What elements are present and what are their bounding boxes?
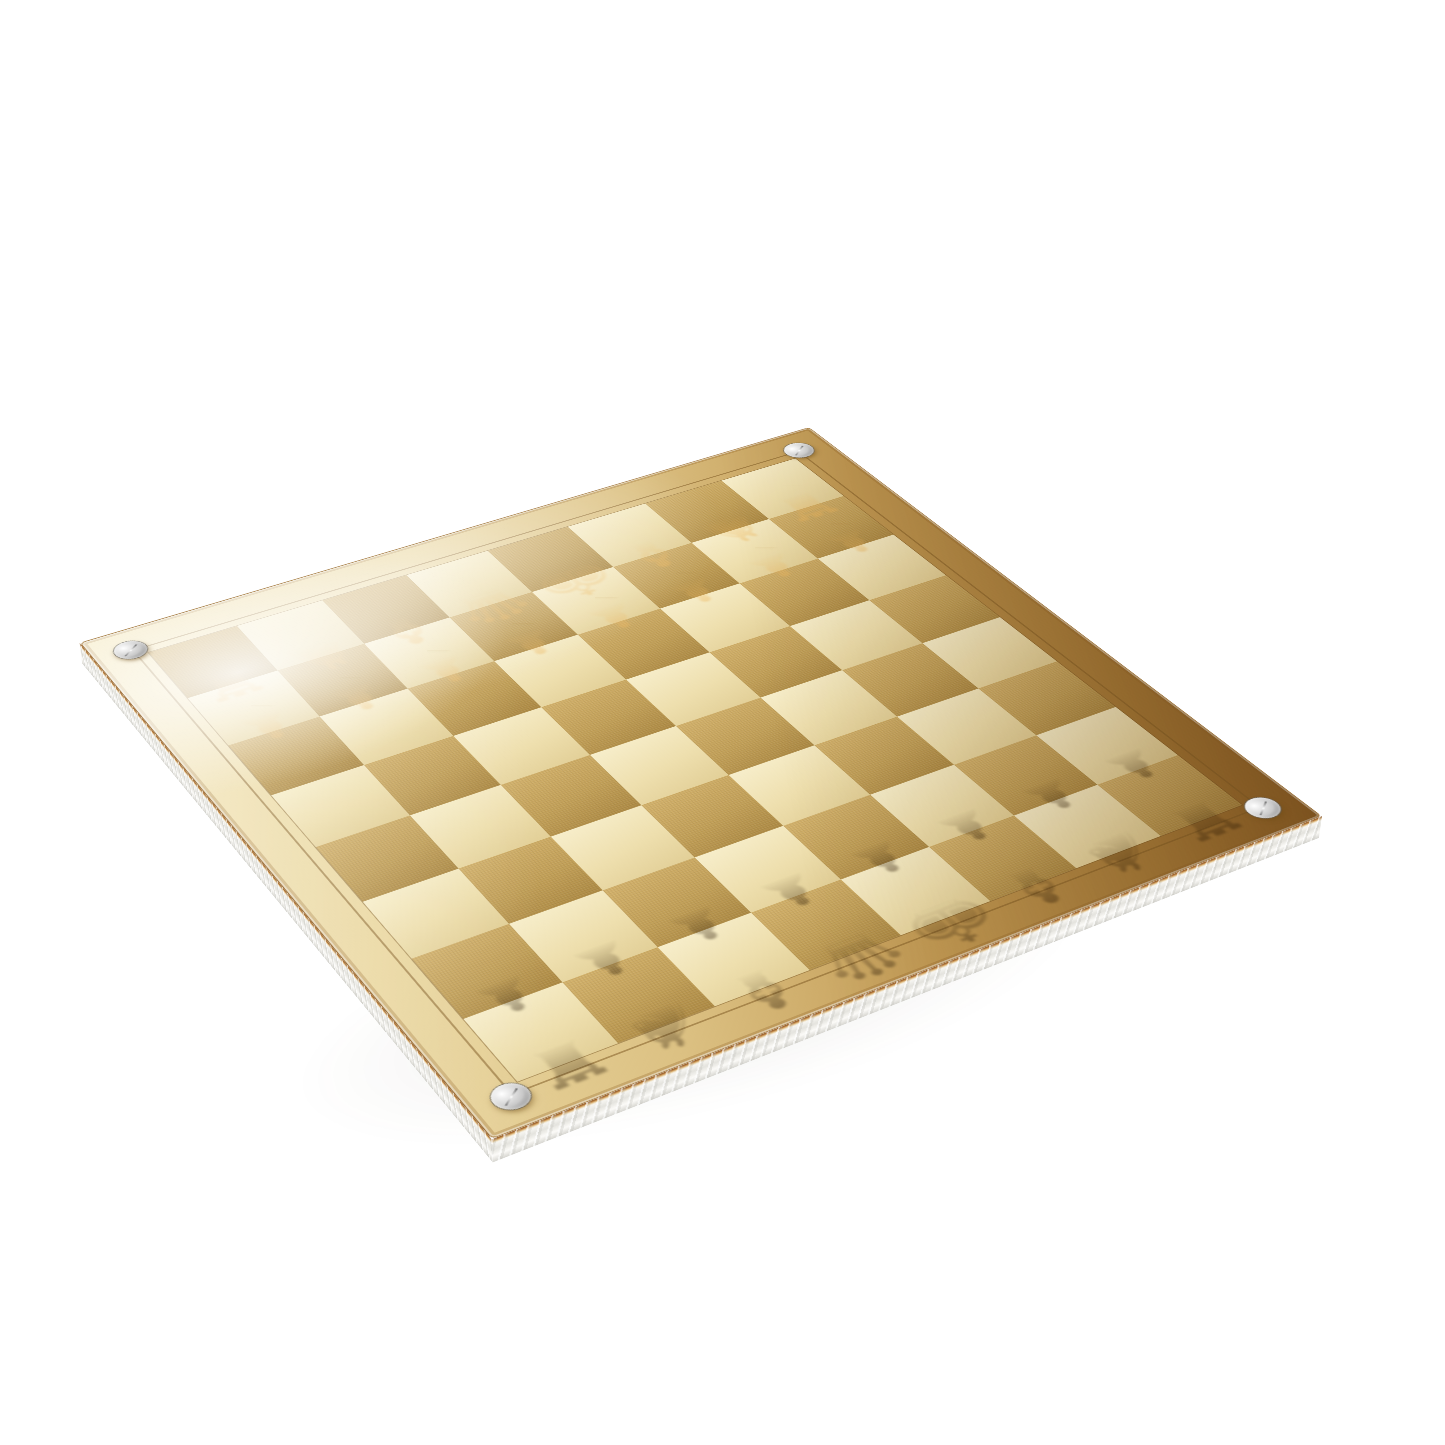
piece-glyph: ♜ <box>494 939 584 1040</box>
scene: ♜♞♝♛♚♝♞♜♟♟♟♟♟♟♟♟♟♟♟♟♟♟♟♟♜♞♝♛♚♝♞♜ ♜♞♝♛♚♝♞… <box>0 0 1445 1445</box>
piece-glyph: ♝ <box>687 862 780 966</box>
piece-glyph: ♝ <box>959 764 1048 864</box>
piece-glyph: ♞ <box>590 896 685 1002</box>
piece-glyph: ♛ <box>777 822 875 931</box>
piece-glyph: ♚ <box>866 785 966 897</box>
piece-glyph: ♜ <box>1131 710 1212 801</box>
piece-glyph: ♞ <box>1045 734 1133 832</box>
